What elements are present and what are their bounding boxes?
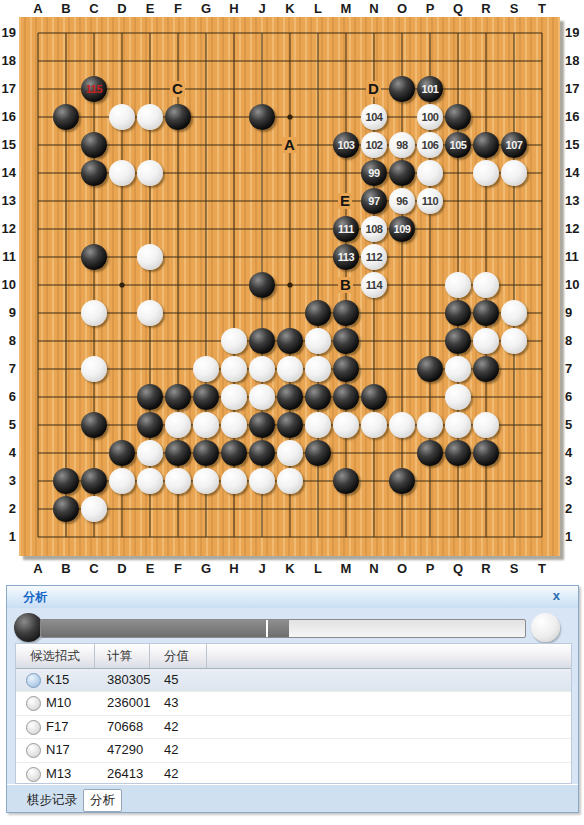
white-stone-N11: 112: [361, 244, 387, 270]
row-label-15-right: 15: [565, 137, 584, 153]
column-label-T: T: [531, 1, 553, 16]
white-stone-E14: [137, 160, 163, 186]
white-stone-Q5: [445, 412, 471, 438]
white-stone-R14: [473, 160, 499, 186]
candidate-score: 42: [164, 719, 178, 734]
column-label-S: S: [503, 561, 525, 576]
candidate-visits: 47290: [107, 742, 143, 757]
row-label-15-left: 15: [0, 137, 16, 153]
white-stone-H7: [221, 356, 247, 382]
white-stone-C9: [81, 300, 107, 326]
column-label-H: H: [223, 561, 245, 576]
column-label-S: S: [503, 1, 525, 16]
white-stone-R8: [473, 328, 499, 354]
white-stone-N16: 104: [361, 104, 387, 130]
column-label-T: T: [531, 561, 553, 576]
white-stone-P15: 106: [417, 132, 443, 158]
black-stone-C15: [81, 132, 107, 158]
black-stone-R9: [473, 300, 499, 326]
candidate-visits: 236001: [107, 695, 150, 710]
column-label-Q: Q: [447, 561, 469, 576]
column-label-D: D: [111, 1, 133, 16]
black-stone-O14: [389, 160, 415, 186]
row-label-18-left: 18: [0, 53, 16, 69]
column-label-F: F: [167, 1, 189, 16]
white-stone-C7: [81, 356, 107, 382]
row-label-10-left: 10: [0, 277, 16, 293]
white-stone-N5: [361, 412, 387, 438]
column-label-A: A: [27, 1, 49, 16]
row-label-18-right: 18: [565, 53, 584, 69]
winrate-track[interactable]: [40, 619, 526, 638]
row-label-5-right: 5: [565, 417, 584, 433]
black-stone-Q16: [445, 104, 471, 130]
black-stone-B3: [53, 468, 79, 494]
white-stone-G5: [193, 412, 219, 438]
row-label-4-left: 4: [0, 445, 16, 461]
row-label-2-left: 2: [0, 501, 16, 517]
row-label-10-right: 10: [565, 277, 584, 293]
column-label-L: L: [307, 561, 329, 576]
white-stone-O5: [389, 412, 415, 438]
black-stone-M6: [333, 384, 359, 410]
candidate-row-N17[interactable]: N174729042: [16, 739, 571, 762]
column-label-M: M: [335, 561, 357, 576]
black-stone-K8: [277, 328, 303, 354]
black-stone-M12: 111: [333, 216, 359, 242]
white-stone-S8: [501, 328, 527, 354]
black-stone-F16: [165, 104, 191, 130]
row-label-6-left: 6: [0, 389, 16, 405]
column-label-P: P: [419, 561, 441, 576]
black-stone-M8: [333, 328, 359, 354]
column-label-K: K: [279, 1, 301, 16]
tab-analysis[interactable]: 分析: [83, 789, 122, 812]
column-label-C: C: [83, 1, 105, 16]
row-label-12-right: 12: [565, 221, 584, 237]
column-label-F: F: [167, 561, 189, 576]
black-stone-M3: [333, 468, 359, 494]
column-label-N: N: [363, 561, 385, 576]
white-stone-G3: [193, 468, 219, 494]
column-label-A: A: [27, 561, 49, 576]
column-label-P: P: [419, 1, 441, 16]
row-label-4-right: 4: [565, 445, 584, 461]
black-stone-C14: [81, 160, 107, 186]
row-label-13-right: 13: [565, 193, 584, 209]
white-stone-F3: [165, 468, 191, 494]
row-label-6-right: 6: [565, 389, 584, 405]
black-stone-K6: [277, 384, 303, 410]
white-stone-D3: [109, 468, 135, 494]
black-stone-C11: [81, 244, 107, 270]
white-stone-E3: [137, 468, 163, 494]
black-stone-N14: 99: [361, 160, 387, 186]
white-stone-L8: [305, 328, 331, 354]
row-label-14-right: 14: [565, 165, 584, 181]
black-stone-S15: 107: [501, 132, 527, 158]
row-label-16-left: 16: [0, 109, 16, 125]
white-stone-D16: [109, 104, 135, 130]
black-stone-G4: [193, 440, 219, 466]
row-label-3-left: 3: [0, 473, 16, 489]
column-label-J: J: [251, 561, 273, 576]
tab-strip: 棋步记录分析: [7, 784, 578, 812]
candidate-move: N17: [46, 742, 70, 757]
candidate-row-M13[interactable]: M132641342: [16, 763, 571, 783]
column-label-N: N: [363, 1, 385, 16]
candidate-move: K15: [46, 672, 69, 687]
row-label-2-right: 2: [565, 501, 584, 517]
black-stone-K5: [277, 412, 303, 438]
black-stone-icon: [14, 613, 43, 642]
candidate-stone-icon: [26, 673, 41, 688]
white-stone-S14: [501, 160, 527, 186]
column-label-O: O: [391, 1, 413, 16]
white-stone-F5: [165, 412, 191, 438]
candidate-score: 43: [164, 695, 178, 710]
table-header: 候选招式 计算 分值: [16, 644, 571, 669]
row-label-7-right: 7: [565, 361, 584, 377]
white-stone-P16: 100: [417, 104, 443, 130]
column-label-R: R: [475, 1, 497, 16]
white-stone-N12: 108: [361, 216, 387, 242]
white-stone-D14: [109, 160, 135, 186]
black-stone-L9: [305, 300, 331, 326]
row-label-17-right: 17: [565, 81, 584, 97]
white-stone-icon: [531, 613, 560, 642]
black-stone-O17: [389, 76, 415, 102]
candidate-score: 42: [164, 766, 178, 781]
black-stone-Q4: [445, 440, 471, 466]
candidate-letter-A-K15[interactable]: A: [282, 137, 297, 153]
column-label-B: B: [55, 561, 77, 576]
row-label-7-left: 7: [0, 361, 16, 377]
candidate-score: 42: [164, 742, 178, 757]
row-label-1-right: 1: [565, 529, 584, 545]
candidate-letter-C-F17[interactable]: C: [170, 81, 185, 97]
white-stone-S9: [501, 300, 527, 326]
black-stone-E6: [137, 384, 163, 410]
close-icon[interactable]: x: [553, 588, 560, 603]
candidate-visits: 26413: [107, 766, 143, 781]
white-stone-L5: [305, 412, 331, 438]
white-stone-Q6: [445, 384, 471, 410]
candidate-move: F17: [46, 719, 68, 734]
column-label-D: D: [111, 561, 133, 576]
row-label-9-left: 9: [0, 305, 16, 321]
white-stone-Q10: [445, 272, 471, 298]
white-stone-J6: [249, 384, 275, 410]
white-stone-K4: [277, 440, 303, 466]
candidate-stone-icon: [26, 767, 41, 782]
row-label-17-left: 17: [0, 81, 16, 97]
black-stone-F4: [165, 440, 191, 466]
header-candidate-move: 候选招式: [16, 644, 95, 668]
column-label-Q: Q: [447, 1, 469, 16]
black-stone-B16: [53, 104, 79, 130]
black-stone-C17: 115: [81, 76, 107, 102]
black-stone-R4: [473, 440, 499, 466]
candidates-table: 候选招式 计算 分值 K1538030545M1023600143F177066…: [15, 643, 572, 784]
column-label-E: E: [139, 561, 161, 576]
row-label-13-left: 13: [0, 193, 16, 209]
row-label-11-right: 11: [565, 249, 584, 265]
black-stone-P7: [417, 356, 443, 382]
black-stone-P4: [417, 440, 443, 466]
black-stone-H4: [221, 440, 247, 466]
row-label-5-left: 5: [0, 417, 16, 433]
black-stone-P17: 101: [417, 76, 443, 102]
black-stone-M9: [333, 300, 359, 326]
column-label-H: H: [223, 1, 245, 16]
column-label-R: R: [475, 561, 497, 576]
column-label-L: L: [307, 1, 329, 16]
column-label-M: M: [335, 1, 357, 16]
white-stone-P14: [417, 160, 443, 186]
candidate-stone-icon: [26, 743, 41, 758]
column-label-O: O: [391, 561, 413, 576]
table-body: K1538030545M1023600143F177066842N1747290…: [16, 669, 571, 783]
black-stone-L4: [305, 440, 331, 466]
candidate-stone-icon: [26, 696, 41, 711]
go-board[interactable]: AABBCCDDEEFFGGHHJJKKLLMMNNOOPPQQRRSSTT19…: [0, 0, 584, 583]
white-stone-E4: [137, 440, 163, 466]
column-label-E: E: [139, 1, 161, 16]
black-stone-N13: 97: [361, 188, 387, 214]
white-stone-H3: [221, 468, 247, 494]
candidate-score: 45: [164, 672, 178, 687]
analysis-panel: 分析 x 候选招式 计算 分值 K1538030545M1023600143F1…: [6, 585, 579, 813]
black-stone-J5: [249, 412, 275, 438]
white-stone-N10: 114: [361, 272, 387, 298]
candidate-row-M10[interactable]: M1023600143: [16, 692, 571, 715]
row-label-19-left: 19: [0, 25, 16, 41]
candidate-visits: 70668: [107, 719, 143, 734]
white-stone-N15: 102: [361, 132, 387, 158]
row-label-8-left: 8: [0, 333, 16, 349]
row-label-12-left: 12: [0, 221, 16, 237]
column-label-G: G: [195, 561, 217, 576]
winrate-marker[interactable]: [266, 620, 268, 637]
white-stone-J3: [249, 468, 275, 494]
white-stone-L7: [305, 356, 331, 382]
candidate-visits: 380305: [107, 672, 150, 687]
black-stone-M15: 103: [333, 132, 359, 158]
row-label-1-left: 1: [0, 529, 16, 545]
row-label-11-left: 11: [0, 249, 16, 265]
black-stone-F6: [165, 384, 191, 410]
white-stone-C2: [81, 496, 107, 522]
winrate-fill: [41, 620, 289, 637]
row-label-14-left: 14: [0, 165, 16, 181]
black-stone-J16: [249, 104, 275, 130]
black-stone-E5: [137, 412, 163, 438]
winrate-bar: [7, 611, 578, 645]
black-stone-N6: [361, 384, 387, 410]
white-stone-M5: [333, 412, 359, 438]
white-stone-R5: [473, 412, 499, 438]
candidate-letter-B-M10[interactable]: B: [338, 277, 353, 293]
white-stone-O15: 98: [389, 132, 415, 158]
white-stone-G7: [193, 356, 219, 382]
black-stone-M11: 113: [333, 244, 359, 270]
white-stone-E16: [137, 104, 163, 130]
white-stone-Q7: [445, 356, 471, 382]
white-stone-P5: [417, 412, 443, 438]
white-stone-H5: [221, 412, 247, 438]
black-stone-B2: [53, 496, 79, 522]
black-stone-Q9: [445, 300, 471, 326]
panel-title: 分析: [23, 589, 47, 606]
white-stone-H6: [221, 384, 247, 410]
row-label-9-right: 9: [565, 305, 584, 321]
candidate-row-K15[interactable]: K1538030545: [16, 669, 571, 692]
black-stone-L6: [305, 384, 331, 410]
row-label-19-right: 19: [565, 25, 584, 41]
column-label-J: J: [251, 1, 273, 16]
panel-titlebar: 分析 x: [7, 586, 578, 608]
black-stone-Q15: 105: [445, 132, 471, 158]
column-label-C: C: [83, 561, 105, 576]
row-label-16-right: 16: [565, 109, 584, 125]
column-label-G: G: [195, 1, 217, 16]
white-stone-O13: 96: [389, 188, 415, 214]
candidate-move: M10: [46, 695, 71, 710]
column-label-B: B: [55, 1, 77, 16]
black-stone-R15: [473, 132, 499, 158]
candidate-row-F17[interactable]: F177066842: [16, 716, 571, 739]
black-stone-M7: [333, 356, 359, 382]
white-stone-E9: [137, 300, 163, 326]
candidate-letter-D-N17[interactable]: D: [366, 81, 381, 97]
black-stone-J10: [249, 272, 275, 298]
header-calculations: 计算: [95, 644, 150, 668]
candidate-move: M13: [46, 766, 71, 781]
row-label-8-right: 8: [565, 333, 584, 349]
white-stone-R10: [473, 272, 499, 298]
white-stone-J7: [249, 356, 275, 382]
row-label-3-right: 3: [565, 473, 584, 489]
white-stone-K3: [277, 468, 303, 494]
header-score: 分值: [150, 644, 207, 668]
black-stone-J8: [249, 328, 275, 354]
go-review-window: AABBCCDDEEFFGGHHJJKKLLMMNNOOPPQQRRSSTT19…: [0, 0, 584, 825]
black-stone-C5: [81, 412, 107, 438]
black-stone-O12: 109: [389, 216, 415, 242]
white-stone-H8: [221, 328, 247, 354]
black-stone-R7: [473, 356, 499, 382]
black-stone-Q8: [445, 328, 471, 354]
candidate-letter-E-M13[interactable]: E: [338, 193, 352, 209]
candidate-stone-icon: [26, 720, 41, 735]
black-stone-G6: [193, 384, 219, 410]
tab-move-record[interactable]: 棋步记录: [21, 790, 83, 811]
black-stone-C3: [81, 468, 107, 494]
black-stone-D4: [109, 440, 135, 466]
column-label-K: K: [279, 561, 301, 576]
white-stone-P13: 110: [417, 188, 443, 214]
white-stone-K7: [277, 356, 303, 382]
black-stone-O3: [389, 468, 415, 494]
white-stone-E11: [137, 244, 163, 270]
black-stone-J4: [249, 440, 275, 466]
